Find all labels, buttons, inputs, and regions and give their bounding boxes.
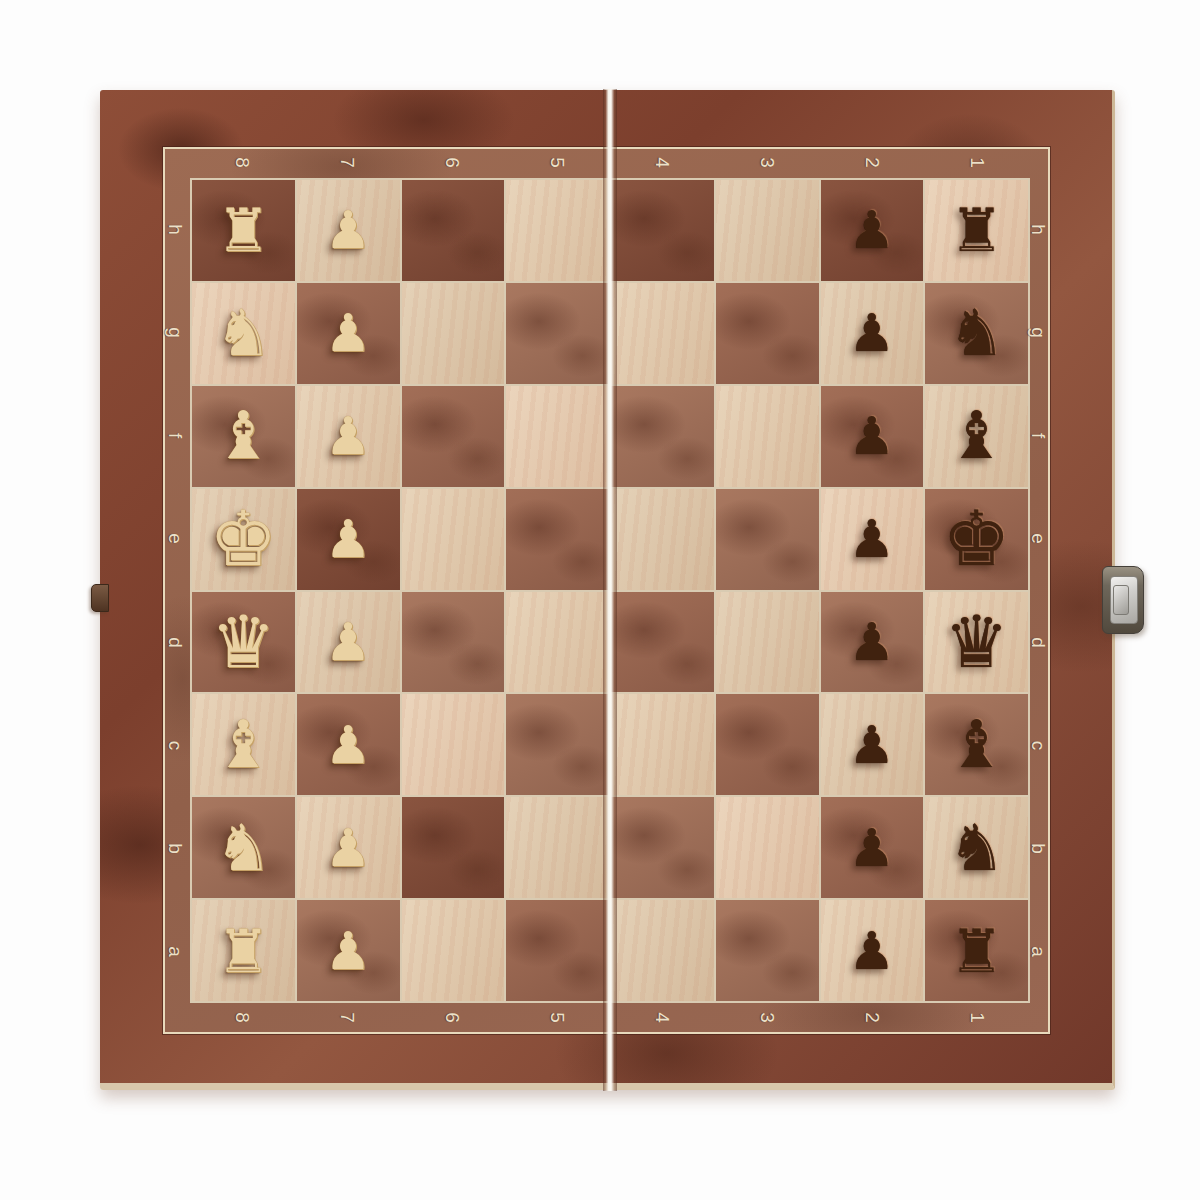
- light-pawn-h7[interactable]: ♟: [297, 180, 400, 281]
- square-b8[interactable]: ♞: [192, 797, 295, 898]
- square-c6[interactable]: [402, 694, 505, 795]
- dark-pawn-e2[interactable]: ♟: [821, 489, 924, 590]
- square-f8[interactable]: ♝: [192, 386, 295, 487]
- square-e8[interactable]: ♚: [192, 489, 295, 590]
- square-a6[interactable]: [402, 900, 505, 1001]
- square-e2[interactable]: ♟: [821, 489, 924, 590]
- square-b4[interactable]: [611, 797, 714, 898]
- light-pawn-f7[interactable]: ♟: [297, 386, 400, 487]
- light-pawn-b7[interactable]: ♟: [297, 797, 400, 898]
- square-b7[interactable]: ♟: [297, 797, 400, 898]
- square-g4[interactable]: [611, 283, 714, 384]
- square-e6[interactable]: [402, 489, 505, 590]
- square-c7[interactable]: ♟: [297, 694, 400, 795]
- square-a8[interactable]: ♜: [192, 900, 295, 1001]
- square-d8[interactable]: ♛: [192, 592, 295, 693]
- square-g5[interactable]: [506, 283, 609, 384]
- square-g1[interactable]: ♞: [925, 283, 1028, 384]
- light-pawn-a7[interactable]: ♟: [297, 900, 400, 1001]
- square-g6[interactable]: [402, 283, 505, 384]
- dark-bishop-f1[interactable]: ♝: [925, 386, 1028, 487]
- light-knight-g8[interactable]: ♞: [192, 283, 295, 384]
- dark-pawn-g2[interactable]: ♟: [821, 283, 924, 384]
- dark-pawn-b2[interactable]: ♟: [821, 797, 924, 898]
- square-g3[interactable]: [716, 283, 819, 384]
- light-pawn-c7[interactable]: ♟: [297, 694, 400, 795]
- square-c1[interactable]: ♝: [925, 694, 1028, 795]
- hinge-pin-icon: [91, 584, 109, 612]
- dark-pawn-c2[interactable]: ♟: [821, 694, 924, 795]
- square-e7[interactable]: ♟: [297, 489, 400, 590]
- square-e4[interactable]: [611, 489, 714, 590]
- square-d3[interactable]: [716, 592, 819, 693]
- square-d5[interactable]: [506, 592, 609, 693]
- fold-seam: [603, 89, 617, 1091]
- square-h1[interactable]: ♜: [925, 180, 1028, 281]
- light-bishop-f8[interactable]: ♝: [192, 386, 295, 487]
- dark-pawn-h2[interactable]: ♟: [821, 180, 924, 281]
- dark-pawn-d2[interactable]: ♟: [821, 592, 924, 693]
- square-a4[interactable]: [611, 900, 714, 1001]
- light-pawn-g7[interactable]: ♟: [297, 283, 400, 384]
- square-c3[interactable]: [716, 694, 819, 795]
- square-a2[interactable]: ♟: [821, 900, 924, 1001]
- square-g7[interactable]: ♟: [297, 283, 400, 384]
- light-pawn-d7[interactable]: ♟: [297, 592, 400, 693]
- square-h3[interactable]: [716, 180, 819, 281]
- square-c4[interactable]: [611, 694, 714, 795]
- light-king-e8[interactable]: ♚: [192, 489, 295, 590]
- square-c5[interactable]: [506, 694, 609, 795]
- square-g2[interactable]: ♟: [821, 283, 924, 384]
- dark-rook-a1[interactable]: ♜: [925, 900, 1028, 1001]
- square-d6[interactable]: [402, 592, 505, 693]
- light-bishop-c8[interactable]: ♝: [192, 694, 295, 795]
- light-queen-d8[interactable]: ♛: [192, 592, 295, 693]
- square-e3[interactable]: [716, 489, 819, 590]
- square-b6[interactable]: [402, 797, 505, 898]
- square-f7[interactable]: ♟: [297, 386, 400, 487]
- square-h8[interactable]: ♜: [192, 180, 295, 281]
- dark-bishop-c1[interactable]: ♝: [925, 694, 1028, 795]
- photo-background: ♜♟♟♜♞♟♟♞♝♟♟♝♚♟♟♚♛♟♟♛♝♟♟♝♞♟♟♞♜♟♟♜ 8765432…: [0, 0, 1200, 1200]
- square-d4[interactable]: [611, 592, 714, 693]
- square-h5[interactable]: [506, 180, 609, 281]
- dark-pawn-a2[interactable]: ♟: [821, 900, 924, 1001]
- square-b5[interactable]: [506, 797, 609, 898]
- square-b3[interactable]: [716, 797, 819, 898]
- clasp-latch-icon: [1102, 566, 1144, 634]
- square-c8[interactable]: ♝: [192, 694, 295, 795]
- square-f5[interactable]: [506, 386, 609, 487]
- square-d1[interactable]: ♛: [925, 592, 1028, 693]
- clasp-hook: [1113, 585, 1129, 615]
- square-f2[interactable]: ♟: [821, 386, 924, 487]
- square-f3[interactable]: [716, 386, 819, 487]
- square-d7[interactable]: ♟: [297, 592, 400, 693]
- square-h6[interactable]: [402, 180, 505, 281]
- dark-knight-g1[interactable]: ♞: [925, 283, 1028, 384]
- square-a3[interactable]: [716, 900, 819, 1001]
- dark-rook-h1[interactable]: ♜: [925, 180, 1028, 281]
- square-e1[interactable]: ♚: [925, 489, 1028, 590]
- square-b1[interactable]: ♞: [925, 797, 1028, 898]
- light-rook-a8[interactable]: ♜: [192, 900, 295, 1001]
- chess-board: ♜♟♟♜♞♟♟♞♝♟♟♝♚♟♟♚♛♟♟♛♝♟♟♝♞♟♟♞♜♟♟♜ 8765432…: [100, 90, 1115, 1090]
- dark-queen-d1[interactable]: ♛: [925, 592, 1028, 693]
- square-h2[interactable]: ♟: [821, 180, 924, 281]
- light-pawn-e7[interactable]: ♟: [297, 489, 400, 590]
- square-c2[interactable]: ♟: [821, 694, 924, 795]
- square-a5[interactable]: [506, 900, 609, 1001]
- dark-pawn-f2[interactable]: ♟: [821, 386, 924, 487]
- light-rook-h8[interactable]: ♜: [192, 180, 295, 281]
- light-knight-b8[interactable]: ♞: [192, 797, 295, 898]
- square-g8[interactable]: ♞: [192, 283, 295, 384]
- square-f1[interactable]: ♝: [925, 386, 1028, 487]
- square-f4[interactable]: [611, 386, 714, 487]
- square-a1[interactable]: ♜: [925, 900, 1028, 1001]
- dark-knight-b1[interactable]: ♞: [925, 797, 1028, 898]
- dark-king-e1[interactable]: ♚: [925, 489, 1028, 590]
- square-h7[interactable]: ♟: [297, 180, 400, 281]
- square-b2[interactable]: ♟: [821, 797, 924, 898]
- square-f6[interactable]: [402, 386, 505, 487]
- square-d2[interactable]: ♟: [821, 592, 924, 693]
- square-h4[interactable]: [611, 180, 714, 281]
- square-a7[interactable]: ♟: [297, 900, 400, 1001]
- square-e5[interactable]: [506, 489, 609, 590]
